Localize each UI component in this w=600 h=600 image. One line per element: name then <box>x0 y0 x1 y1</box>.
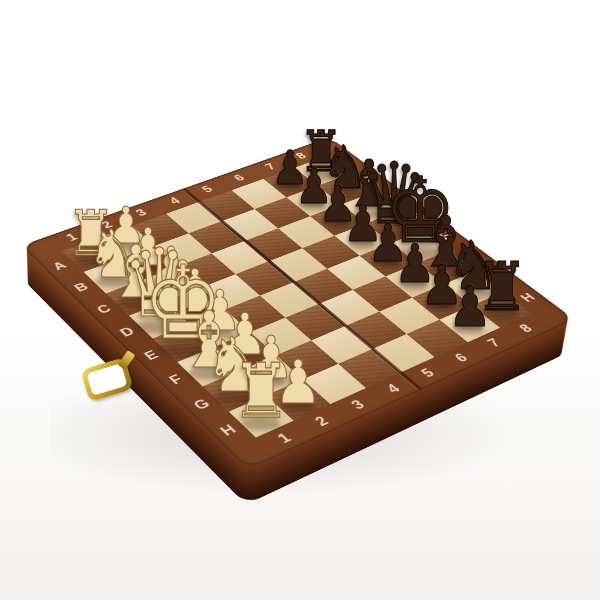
square-g3 <box>276 340 338 379</box>
coordinate-label: 3 <box>133 207 150 218</box>
coordinate-label: C <box>386 192 405 203</box>
coordinate-label: G <box>191 397 213 413</box>
coordinate-label: 5 <box>199 184 215 194</box>
coordinate-label: 3 <box>348 398 368 412</box>
coordinate-label: E <box>142 349 162 363</box>
coordinate-label: D <box>117 325 137 339</box>
square-e1 <box>153 324 214 362</box>
coordinate-label: H <box>217 423 239 439</box>
coordinate-label: 8 <box>517 322 536 335</box>
coordinate-label: A <box>50 260 69 273</box>
coordinate-label: B <box>72 281 92 294</box>
coordinate-label: C <box>94 303 114 316</box>
square-g6 <box>379 298 439 334</box>
coordinate-label: 8 <box>293 151 309 161</box>
coordinate-label: 5 <box>418 367 438 381</box>
coordinate-label: 7 <box>485 337 504 350</box>
square-f4 <box>285 304 345 341</box>
square-h4 <box>338 349 401 388</box>
coordinate-label: G <box>489 270 510 283</box>
square-c1 <box>106 280 165 316</box>
coordinate-label: B <box>361 174 380 185</box>
coordinate-label: A <box>338 157 356 168</box>
square-h1 <box>229 395 294 437</box>
square-h5 <box>373 334 435 372</box>
coordinate-label: 1 <box>275 431 295 446</box>
coordinate-label: 6 <box>452 351 471 364</box>
square-h2 <box>266 379 330 420</box>
square-d1 <box>129 301 189 338</box>
square-g1 <box>203 371 267 412</box>
square-f2 <box>214 332 276 371</box>
square-e3 <box>225 296 285 332</box>
square-e2 <box>189 310 250 347</box>
square-d2 <box>165 288 225 324</box>
coordinate-label: F <box>463 250 482 262</box>
square-f1 <box>177 347 240 387</box>
coordinate-label: 7 <box>263 162 279 172</box>
square-g5 <box>346 312 407 349</box>
square-g2 <box>240 355 303 395</box>
coordinate-label: 4 <box>384 382 404 396</box>
coordinate-label: H <box>518 291 539 304</box>
coordinate-label: 4 <box>167 196 183 207</box>
coordinate-label: 6 <box>231 173 247 183</box>
square-h7 <box>439 306 500 343</box>
square-f5 <box>319 290 379 326</box>
square-d3 <box>201 274 260 309</box>
coordinate-label: 2 <box>312 414 332 429</box>
folding-chess-board: ABCDEFGH ABCDEFGH 87654321 87654321 <box>21 137 574 469</box>
square-h6 <box>407 320 468 357</box>
coordinate-label: E <box>437 230 456 242</box>
board-frame: ABCDEFGH ABCDEFGH 87654321 87654321 <box>21 137 574 469</box>
chess-scene: ABCDEFGH ABCDEFGH 87654321 87654321 <box>96 84 492 480</box>
coordinate-label: 1 <box>64 232 81 243</box>
square-g4 <box>311 326 373 364</box>
square-h3 <box>303 364 366 404</box>
coordinate-label: D <box>411 211 430 222</box>
coordinate-label: 2 <box>99 220 116 231</box>
product-photo-folding-chess-set: ABCDEFGH ABCDEFGH 87654321 87654321 ♜♟♞♟… <box>0 0 600 600</box>
square-e4 <box>260 282 319 318</box>
square-f3 <box>250 318 311 356</box>
coordinate-label: F <box>167 373 187 387</box>
